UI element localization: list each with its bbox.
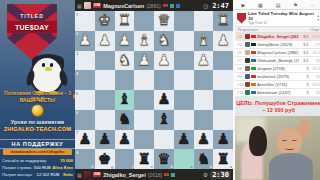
streamer-body <box>269 153 313 180</box>
square-e6[interactable] <box>134 110 154 130</box>
row-tiebreak: 14 <box>310 90 320 95</box>
row-score: 3.5 <box>301 34 309 39</box>
black-P-piece[interactable]: ♟ <box>177 132 190 147</box>
row-avatar <box>245 66 250 71</box>
black-Q-piece[interactable]: ♛ <box>157 152 170 167</box>
square-e1[interactable] <box>134 11 154 31</box>
square-e3[interactable]: ♟ <box>134 51 154 71</box>
square-h4[interactable]: 4 <box>75 70 95 90</box>
white-P-piece[interactable]: ♟ <box>78 33 91 48</box>
row-flag-icon <box>251 59 256 62</box>
clock-icon: ◷ <box>203 2 208 9</box>
square-a8[interactable]: a♜ <box>213 149 233 169</box>
square-d8[interactable]: d♛ <box>154 149 174 169</box>
file-label: g <box>111 164 113 169</box>
goal-line2: – 12 000 руб <box>262 107 295 114</box>
square-c3[interactable] <box>174 51 194 71</box>
square-g1[interactable]: ♚ <box>95 11 115 31</box>
panel-tabs: ▶▦▤⚑⋯ <box>235 0 320 10</box>
square-b3[interactable]: ♟ <box>194 51 214 71</box>
black-P-piece[interactable]: ♟ <box>98 132 111 147</box>
person-background-hair <box>249 126 267 156</box>
file-label: e <box>151 164 153 169</box>
support-label: Патрон месяца: <box>2 172 33 177</box>
row-player-name: Oleksandr_Bortnyk (2723) <box>257 58 299 63</box>
square-c2[interactable] <box>174 31 194 51</box>
white-R-piece[interactable]: ♜ <box>118 13 131 28</box>
row-score: 3 <box>301 66 309 71</box>
rank-label: 3 <box>76 51 78 56</box>
square-d1[interactable]: ♛ <box>154 11 174 31</box>
black-P-piece[interactable]: ♟ <box>216 132 229 147</box>
row-player-name: GeorgMeier (2629) <box>257 42 299 47</box>
support-row: Патрон месяца: 12 002 RUB Кейс <box>2 171 73 178</box>
rank-label: 5 <box>76 91 78 96</box>
square-f8[interactable]: f <box>115 149 135 169</box>
support-label: Спасибо за поддержку <box>2 158 46 163</box>
square-f7[interactable]: ♟ <box>115 130 135 150</box>
title-badge: GM <box>93 172 101 178</box>
tournament-panel: ▶▦▤⚑⋯ Late Titled Tuesday Blitz August 3… <box>233 0 320 180</box>
streamer-eye <box>292 139 297 141</box>
rank-label: 4 <box>76 71 78 76</box>
square-d3[interactable]: ♟ <box>154 51 174 71</box>
row-avatar <box>245 34 250 39</box>
row-avatar <box>245 42 250 47</box>
square-h5[interactable]: 5 <box>75 90 95 110</box>
stream-left-panel: TITLED TUE$DAY Полковник Стражинина – 3 … <box>0 0 75 180</box>
standings-list: #4Zhigalko_Sergei (2618)3.517.5#5GeorgMe… <box>235 33 320 97</box>
row-tiebreak: 15.5 <box>310 66 320 71</box>
rank-label: 7 <box>76 130 78 135</box>
file-label: d <box>170 164 172 169</box>
row-tiebreak: 17 <box>310 42 320 47</box>
square-a3[interactable] <box>213 51 233 71</box>
standings-row[interactable]: #8Jospem (2708)315.5 <box>235 65 320 73</box>
row-flag-icon <box>251 51 256 54</box>
logo-top-text: TITLED <box>7 13 57 19</box>
row-score: 3.5 <box>301 42 309 47</box>
standings-row[interactable]: #5GeorgMeier (2629)3.517 <box>235 41 320 49</box>
square-g2[interactable]: ♟ <box>95 31 115 51</box>
row-tiebreak: 16 <box>310 58 320 63</box>
standings-row[interactable]: #4Zhigalko_Sergei (2618)3.517.5 <box>235 33 320 41</box>
square-c1[interactable] <box>174 11 194 31</box>
square-f4[interactable] <box>115 70 135 90</box>
row-player-name: mishanick (2579) <box>257 74 299 79</box>
support-row: Патрон стрима: 500 RUB Alina Krav <box>2 164 73 171</box>
gold-coin-icon <box>31 104 44 117</box>
rank-label: 2 <box>76 31 78 36</box>
row-tiebreak: 17.5 <box>310 34 320 39</box>
row-avatar <box>245 74 250 79</box>
row-player-name: AnishGiri (2731) <box>257 82 299 87</box>
row-rank: #7 <box>237 58 243 63</box>
donation-link[interactable]: donationalerts.com/r/zhigalko <box>3 149 72 155</box>
row-flag-icon <box>251 67 256 70</box>
streamer-face <box>277 128 302 155</box>
tournament-subtitle: Тур 9 из 11 <box>248 21 315 26</box>
square-h1[interactable]: 1 <box>75 11 95 31</box>
square-g4[interactable] <box>95 70 115 90</box>
row-rank: #11 <box>237 90 243 95</box>
bottom-player-rating: (2618) <box>148 172 162 178</box>
row-score: 3.5 <box>301 50 309 55</box>
row-rank: #5 <box>237 42 243 47</box>
black-P-piece[interactable]: ♟ <box>197 132 210 147</box>
white-P-piece[interactable]: ♟ <box>137 53 150 68</box>
chess-board[interactable]: 1♚♜♛♜2♟♟♟♝♞♝♟3♞♟♟♟45♝♟6♞♝7♟♟♟♟♟♟8hg♚fe♜d… <box>75 11 233 169</box>
black-N-piece[interactable]: ♞ <box>118 112 131 127</box>
square-e5[interactable] <box>134 90 154 110</box>
diamond-icon <box>171 173 175 177</box>
row-rank: #8 <box>237 66 243 71</box>
bottom-player-clock: 2:30 <box>210 171 231 179</box>
row-rank: #10 <box>237 82 243 87</box>
row-avatar <box>245 50 250 55</box>
black-B-piece[interactable]: ♝ <box>118 92 131 107</box>
square-f6[interactable]: ♞ <box>115 110 135 130</box>
square-c7[interactable]: ♟ <box>174 130 194 150</box>
tournament-title: Late Titled Tuesday Blitz August 30 <box>248 11 315 21</box>
row-player-name: blitzstream (2437) <box>257 90 299 95</box>
row-player-name: MagnusCarlsen (2881) <box>257 50 299 55</box>
black-B-piece[interactable]: ♝ <box>157 112 170 127</box>
black-P-piece[interactable]: ♟ <box>118 132 131 147</box>
square-b2[interactable]: ♝ <box>194 31 214 51</box>
square-a2[interactable]: ♟ <box>213 31 233 51</box>
square-e7[interactable] <box>134 130 154 150</box>
country-flag-icon <box>163 4 168 8</box>
row-score: 3 <box>301 74 309 79</box>
country-flag-icon <box>164 173 169 177</box>
avatar[interactable] <box>84 171 91 178</box>
square-e8[interactable]: e♜ <box>134 149 154 169</box>
square-b8[interactable]: b♞ <box>194 149 214 169</box>
square-c8[interactable]: c <box>174 149 194 169</box>
square-g5[interactable] <box>95 90 115 110</box>
board-grid-icon[interactable]: ▦ <box>77 3 82 9</box>
square-d4[interactable] <box>154 70 174 90</box>
tournament-logo-icon <box>237 13 246 24</box>
row-tiebreak: 16.5 <box>310 50 320 55</box>
standings-row[interactable]: #10AnishGiri (2731)314.5 <box>235 81 320 89</box>
white-B-piece[interactable]: ♝ <box>137 33 150 48</box>
row-avatar <box>245 90 250 95</box>
black-K-piece[interactable]: ♚ <box>98 152 111 167</box>
square-g3[interactable] <box>95 51 115 71</box>
row-flag-icon <box>251 91 256 94</box>
settings-gear-icon[interactable]: ⚙ <box>203 171 208 178</box>
black-P-piece[interactable]: ♟ <box>78 132 91 147</box>
square-d2[interactable]: ♞ <box>154 31 174 51</box>
top-player-bar: ▦ GM MagnusCarlsen (2881) ◷ 2:47 <box>75 0 233 11</box>
row-score: 3 <box>301 90 309 95</box>
white-Q-piece[interactable]: ♛ <box>157 13 170 28</box>
white-P-piece[interactable]: ♟ <box>157 53 170 68</box>
tab-new-game-icon[interactable]: ▦ <box>258 2 263 8</box>
row-flag-icon <box>251 43 256 46</box>
row-rank: #6 <box>237 50 243 55</box>
row-player-name: Jospem (2708) <box>257 66 299 71</box>
tab-more-icon[interactable]: ⋯ <box>311 2 316 8</box>
white-N-piece[interactable]: ♞ <box>157 33 170 48</box>
support-row: Спасибо за поддержку 15 000 <box>2 157 73 164</box>
square-c4[interactable] <box>174 70 194 90</box>
square-e2[interactable]: ♝ <box>134 31 154 51</box>
square-a4[interactable] <box>213 70 233 90</box>
white-P-piece[interactable]: ♟ <box>118 33 131 48</box>
promo-text-line2: ВАША ЧЕСТЬ! <box>0 97 75 103</box>
standings-header-left: Результаты <box>238 28 258 32</box>
white-K-piece[interactable]: ♚ <box>98 13 111 28</box>
avatar[interactable] <box>84 2 91 9</box>
row-player-name: Zhigalko_Sergei (2618) <box>257 34 299 39</box>
webcam-view <box>235 116 320 180</box>
file-label: f <box>132 164 133 169</box>
black-P-piece[interactable]: ♟ <box>157 92 170 107</box>
row-flag-icon <box>251 75 256 78</box>
square-g8[interactable]: g♚ <box>95 149 115 169</box>
row-rank: #4 <box>237 34 243 39</box>
square-c5[interactable] <box>174 90 194 110</box>
square-h2[interactable]: 2♟ <box>75 31 95 51</box>
penguin-mascot <box>22 46 74 96</box>
row-score: 3.5 <box>301 58 309 63</box>
square-h3[interactable]: 3 <box>75 51 95 71</box>
row-tiebreak: 14.5 <box>310 82 320 87</box>
row-rank: #9 <box>237 74 243 79</box>
rank-label: 8 <box>76 150 78 155</box>
square-d6[interactable]: ♝ <box>154 110 174 130</box>
white-P-piece[interactable]: ♟ <box>197 53 210 68</box>
board-grid-icon[interactable]: ▦ <box>77 172 82 178</box>
diamond-icon <box>170 4 174 8</box>
white-N-piece[interactable]: ♞ <box>118 53 131 68</box>
standings-row[interactable]: #9mishanick (2579)315 <box>235 73 320 81</box>
bottom-player-bar: ▦ GM Zhigalko_Sergei (2618) ⚙ 2:30 <box>75 169 233 180</box>
tab-players-icon[interactable]: ▤ <box>276 2 281 8</box>
trophy-icon <box>176 4 180 8</box>
row-score: 3 <box>301 82 309 87</box>
file-label: h <box>91 164 93 169</box>
support-value: 500 RUB <box>34 165 51 170</box>
standings-row[interactable]: #7Oleksandr_Bortnyk (2723)3.516 <box>235 57 320 65</box>
donation-goal: ЦЕЛЬ: Полушубок Стражинине – 12 000 руб <box>235 97 320 116</box>
tab-tournaments-icon[interactable]: ⚑ <box>293 2 297 8</box>
standings-row[interactable]: #6MagnusCarlsen (2881)3.516.5 <box>235 49 320 57</box>
square-e4[interactable] <box>134 70 154 90</box>
bottom-player-name[interactable]: Zhigalko_Sergei <box>103 172 146 178</box>
support-extra: Кейс <box>63 172 73 177</box>
rank-label: 1 <box>76 12 78 17</box>
square-a7[interactable]: ♟ <box>213 130 233 150</box>
square-c6[interactable] <box>174 110 194 130</box>
tab-game-icon[interactable]: ▶ <box>241 2 245 8</box>
square-g6[interactable] <box>95 110 115 130</box>
square-a5[interactable] <box>213 90 233 110</box>
square-d7[interactable] <box>154 130 174 150</box>
support-extra: 15 000 <box>60 158 73 163</box>
white-R-piece[interactable]: ♜ <box>216 13 229 28</box>
square-b1[interactable] <box>194 11 214 31</box>
rank-label: 6 <box>76 110 78 115</box>
top-player-rating: (2881) <box>146 3 160 9</box>
logo-main-text: TUE$DAY <box>15 24 49 31</box>
square-a1[interactable]: ♜ <box>213 11 233 31</box>
tournament-card[interactable]: Late Titled Tuesday Blitz August 30 Тур … <box>235 10 320 27</box>
chevron-up-down-icon[interactable]: ▲▼ <box>317 14 320 22</box>
square-a6[interactable] <box>213 110 233 130</box>
white-P-piece[interactable]: ♟ <box>98 33 111 48</box>
row-flag-icon <box>251 35 256 38</box>
row-avatar <box>245 82 250 87</box>
square-f5[interactable]: ♝ <box>115 90 135 110</box>
black-R-piece[interactable]: ♜ <box>216 152 229 167</box>
square-b6[interactable] <box>194 110 214 130</box>
lessons-site-link[interactable]: ZHIGALKO-TEACH.COM <box>0 126 75 132</box>
support-header: НА ПОДДЕРЖКУ <box>0 139 75 149</box>
lessons-text: Уроки по шахматам <box>0 119 75 125</box>
square-g7[interactable]: ♟ <box>95 130 115 150</box>
file-label: b <box>210 164 212 169</box>
standings-header-right: Очки <box>310 28 319 32</box>
black-N-piece[interactable]: ♞ <box>197 152 210 167</box>
square-b4[interactable] <box>194 70 214 90</box>
board-column: ▦ GM MagnusCarlsen (2881) ◷ 2:47 1♚♜♛♜2♟… <box>75 0 233 180</box>
streamer-smile <box>285 146 294 150</box>
black-R-piece[interactable]: ♜ <box>137 152 150 167</box>
row-flag-icon <box>251 83 256 86</box>
row-tiebreak: 15 <box>310 74 320 79</box>
stream-screen: TITLED TUE$DAY Полковник Стражинина – 3 … <box>0 0 320 180</box>
square-f3[interactable]: ♞ <box>115 51 135 71</box>
square-h6[interactable]: 6 <box>75 110 95 130</box>
standings-row[interactable]: #11blitzstream (2437)314 <box>235 89 320 97</box>
title-badge: GM <box>93 3 101 9</box>
white-B-piece[interactable]: ♝ <box>197 33 210 48</box>
top-player-name[interactable]: MagnusCarlsen <box>103 3 144 9</box>
square-b7[interactable]: ♟ <box>194 130 214 150</box>
support-extra: Alina Krav <box>52 165 73 170</box>
square-f2[interactable]: ♟ <box>115 31 135 51</box>
file-label: c <box>190 164 192 169</box>
file-label: a <box>230 164 232 169</box>
row-avatar <box>245 58 250 63</box>
square-h7[interactable]: 7♟ <box>75 130 95 150</box>
square-f1[interactable]: ♜ <box>115 11 135 31</box>
support-label: Патрон стрима: <box>2 165 32 170</box>
square-h8[interactable]: 8h <box>75 149 95 169</box>
square-d5[interactable]: ♟ <box>154 90 174 110</box>
top-player-clock: 2:47 <box>210 2 231 10</box>
square-b5[interactable] <box>194 90 214 110</box>
white-P-piece[interactable]: ♟ <box>216 33 229 48</box>
support-value: 12 002 RUB <box>37 172 60 177</box>
streamer-eye <box>282 139 287 141</box>
